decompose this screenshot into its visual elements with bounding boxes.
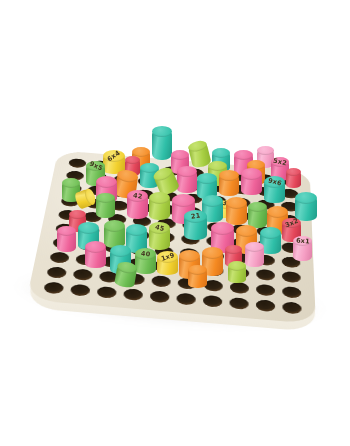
peg-label: 6x4	[106, 149, 121, 162]
peg-cap	[245, 242, 264, 252]
peg-label: 40	[140, 250, 150, 257]
peg-cap	[126, 224, 147, 236]
peg-cap	[62, 178, 80, 188]
peg-lightpink-6x1: 6x1	[293, 236, 312, 261]
peg-cap	[110, 245, 131, 257]
peg-orange	[226, 197, 247, 225]
peg-lime	[149, 192, 170, 220]
peg-label: 1x9	[160, 252, 175, 262]
peg-pink	[85, 241, 106, 268]
peg-cap	[96, 176, 117, 188]
peg-green-40: 40	[135, 248, 156, 274]
hole-9-3	[122, 288, 142, 301]
peg-cap	[85, 241, 106, 253]
peg-label: 9x6	[267, 177, 282, 187]
peg-teal	[152, 126, 172, 160]
peg-cap	[197, 173, 217, 184]
hole-9-9	[282, 301, 301, 314]
peg-teal-9x6: 9x6	[264, 176, 285, 203]
peg-teal-21: 21	[184, 210, 207, 240]
peg-label: 3x2	[284, 217, 299, 228]
peg-green	[104, 220, 125, 248]
peg-cap	[226, 197, 247, 209]
hole-8-9	[282, 286, 301, 299]
peg-cap	[104, 220, 125, 232]
peg-cap	[202, 195, 223, 207]
peg-cap: 40	[135, 248, 156, 260]
peg-yellow-1x9: 1x9	[157, 251, 178, 275]
peg-cap	[125, 156, 140, 164]
peg-cap: 5x2	[271, 157, 289, 167]
hole-8-7	[229, 281, 248, 294]
peg-cap: 9x5	[86, 161, 105, 171]
peg-pink	[241, 168, 262, 195]
hole-9-1	[69, 283, 90, 296]
peg-cap	[286, 168, 301, 176]
peg-cap	[219, 170, 239, 181]
peg-cap	[188, 265, 207, 275]
peg-label: 45	[154, 224, 165, 233]
peg-cap	[171, 150, 189, 160]
hole-9-5	[176, 292, 196, 305]
peg-cap: 6x1	[293, 236, 312, 246]
peg-cap: 1x9	[157, 251, 178, 263]
peg-green	[114, 260, 138, 288]
peg-cap: 3x2	[282, 218, 301, 228]
peg-cap	[225, 245, 242, 254]
peg-orange	[219, 170, 239, 196]
hole-8-0	[46, 266, 67, 278]
hole-7-0	[49, 251, 70, 263]
peg-cap	[96, 193, 115, 203]
hole-7-9	[282, 271, 301, 283]
peg-orange	[188, 265, 207, 288]
peg-label: 9x5	[88, 160, 103, 172]
product-photo-multiplication-pegboard: 6x45x29x59x63042213x2456x1401x9	[0, 0, 350, 446]
peg-cap	[257, 146, 274, 155]
hole-9-7	[229, 297, 248, 310]
peg-cap	[248, 202, 267, 212]
peg-cap	[78, 222, 99, 234]
peg-cap: 42	[127, 190, 148, 202]
peg-cap	[149, 192, 170, 204]
peg-lime	[228, 261, 246, 283]
hole-9-4	[149, 290, 169, 303]
peg-label: 5x2	[273, 157, 288, 166]
peg-cap	[295, 192, 317, 204]
peg-cap: 21	[184, 210, 207, 223]
peg-cap: 9x6	[264, 176, 285, 188]
peg-pink-42: 42	[127, 190, 148, 219]
hole-7-8	[256, 268, 275, 280]
hole-8-4	[151, 275, 171, 288]
hole-9-2	[96, 286, 117, 299]
hole-8-1	[72, 268, 93, 281]
peg-cap	[202, 247, 223, 259]
peg-pink	[57, 226, 76, 252]
peg-cap	[234, 150, 253, 160]
peg-teal	[295, 192, 317, 221]
peg-cap: 45	[149, 222, 170, 234]
peg-cap	[179, 250, 200, 262]
peg-cap	[260, 227, 281, 239]
hole-9-0	[43, 281, 64, 294]
peg-lime-45: 45	[149, 222, 170, 250]
peg-label: 42	[132, 192, 142, 200]
peg-cap: 6x4	[103, 150, 125, 162]
peg-cap	[241, 168, 262, 180]
peg-cap	[152, 126, 172, 137]
peg-cap	[267, 206, 288, 218]
hole-8-8	[256, 283, 275, 296]
peg-label: 6x1	[295, 237, 309, 244]
peg-cap	[228, 261, 246, 271]
peg-cap	[212, 148, 230, 158]
peg-cap	[69, 210, 86, 219]
hole-9-6	[202, 294, 222, 307]
peg-red	[286, 168, 301, 188]
peg-cap	[57, 226, 76, 236]
peg-green	[96, 193, 115, 218]
peg-cap	[236, 225, 257, 237]
peg-label: 21	[190, 213, 200, 221]
hole-9-8	[255, 299, 274, 312]
peg-lightpink	[245, 242, 264, 267]
peg-cap	[172, 194, 195, 207]
peg-cap	[177, 166, 197, 177]
hole-0-0	[68, 158, 87, 168]
peg-cap	[211, 222, 234, 235]
